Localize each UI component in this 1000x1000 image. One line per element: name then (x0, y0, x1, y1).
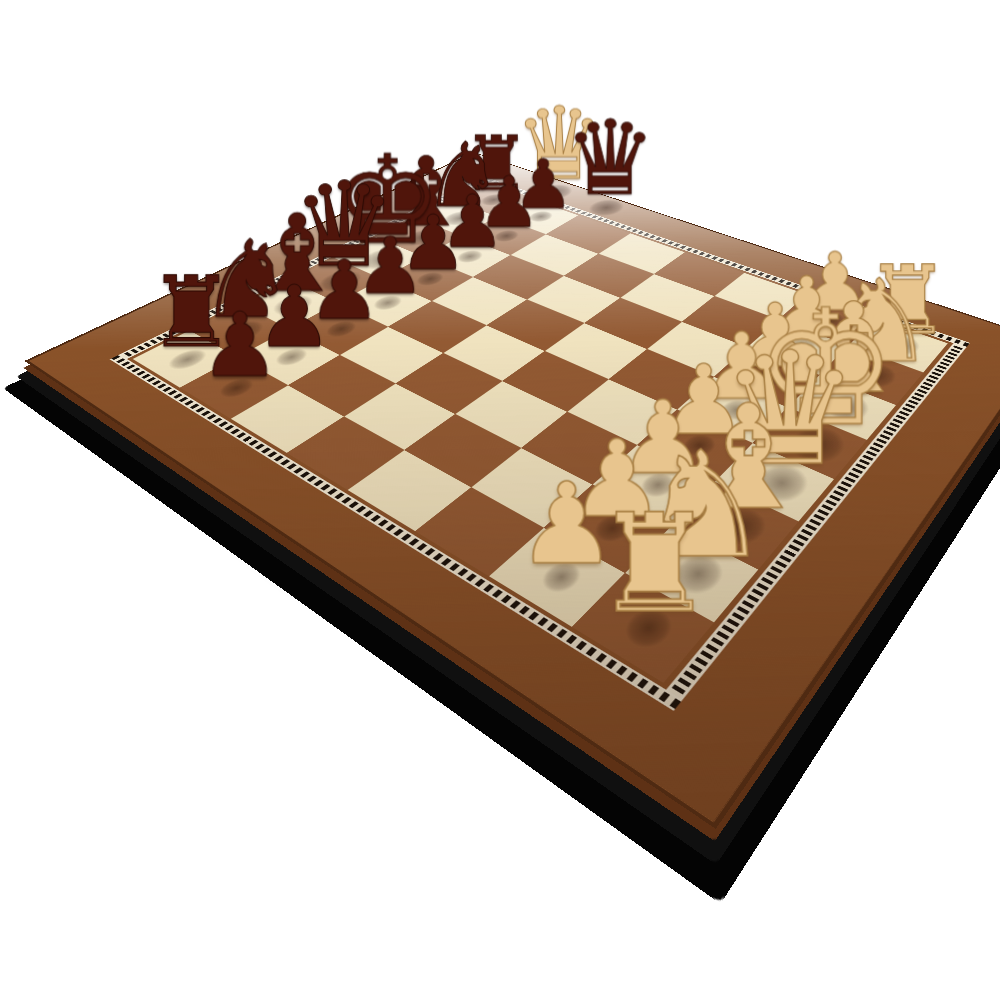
chess-photo-scene: ♜♞♝♛♚♝♞♜♟♟♟♟♟♟♟♟♟♟♟♟♟♟♟♟♜♞♝♛♚♝♞♜ ♛ ♛ (0, 0, 1000, 1000)
piece-glyph: ♟ (187, 301, 294, 390)
piece-glyph: ♜ (574, 496, 737, 632)
perspective-container: ♜♞♝♛♚♝♞♜♟♟♟♟♟♟♟♟♟♟♟♟♟♟♟♟♜♞♝♛♚♝♞♜ ♛ ♛ (0, 0, 1000, 1000)
